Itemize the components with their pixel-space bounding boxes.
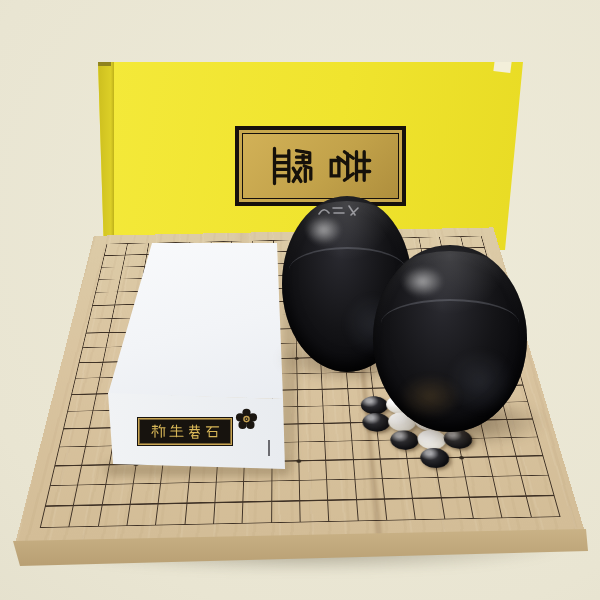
kanji-go-icon: [329, 144, 373, 188]
kanji-seki-icon: [205, 424, 220, 439]
kanji-shin-icon: [151, 424, 166, 439]
box-flap-notch-icon: [98, 61, 111, 66]
go-bowl-black-right: [373, 245, 527, 432]
goban-box-side-panel: [98, 62, 114, 252]
flower-emblem-icon: [235, 408, 258, 431]
star-point: [459, 456, 464, 459]
box-flap-line: [268, 440, 270, 456]
kanji-go-small-icon: [187, 424, 202, 439]
bowl-warm-reflection: [398, 374, 463, 419]
stone-box-front: [104, 392, 290, 472]
go-stone-black[interactable]: [419, 448, 451, 469]
star-point: [296, 459, 301, 462]
kanji-ban-icon: [269, 144, 313, 188]
bowl-lid-seam: [381, 299, 520, 348]
stone-box-label-plate: [138, 418, 232, 445]
box-flap-sliver-icon: [493, 60, 511, 73]
bowl-highlight: [401, 266, 444, 298]
goban-label-plate: [235, 126, 406, 206]
go-set-product-photo: [0, 0, 600, 600]
kanji-sei-icon: [169, 424, 184, 439]
label-reflection-icon: [316, 202, 366, 222]
